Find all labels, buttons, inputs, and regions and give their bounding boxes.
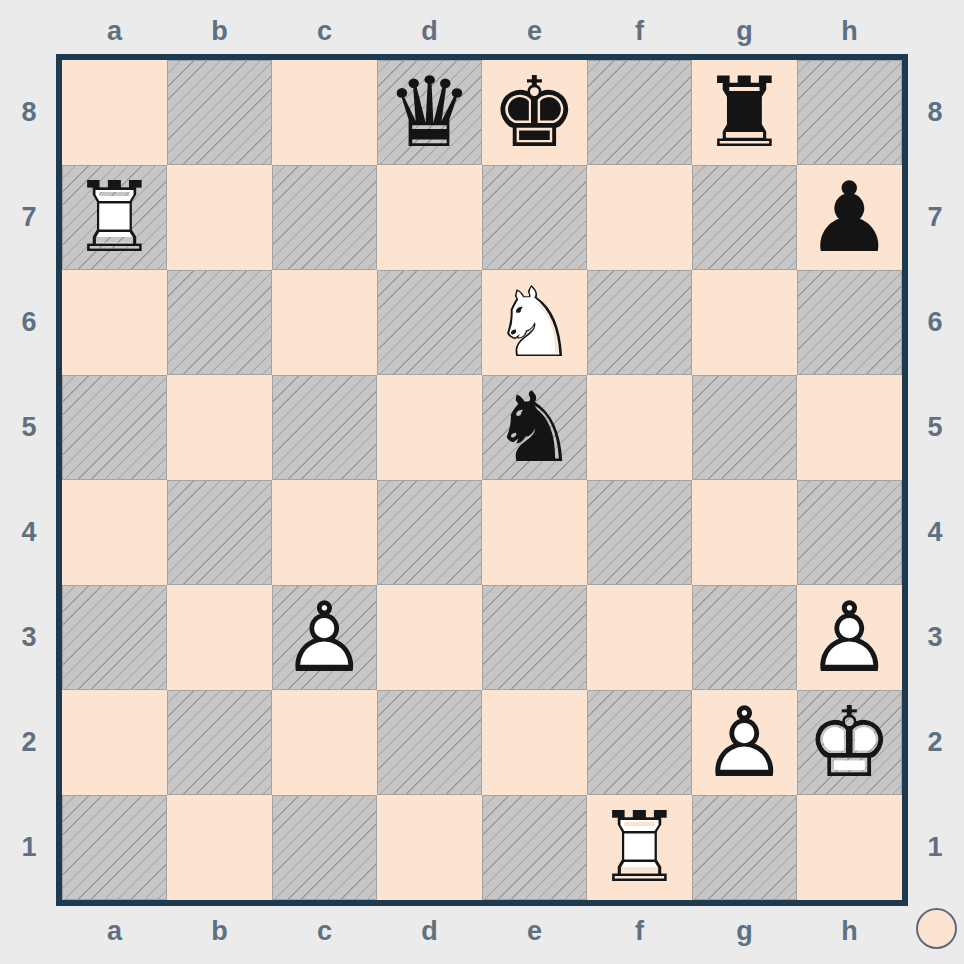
square-e3[interactable] — [482, 585, 587, 690]
square-f7[interactable] — [587, 165, 692, 270]
square-e1[interactable] — [482, 795, 587, 900]
file-labels-top: abcdefgh — [62, 10, 902, 52]
square-b8[interactable] — [167, 60, 272, 165]
square-h4[interactable] — [797, 480, 902, 585]
square-b6[interactable] — [167, 270, 272, 375]
file-label-h: h — [797, 910, 902, 952]
square-g6[interactable] — [692, 270, 797, 375]
black-queen-on-d8[interactable]: ♛ — [377, 60, 482, 165]
square-f6[interactable] — [587, 270, 692, 375]
square-c2[interactable] — [272, 690, 377, 795]
white-pawn-on-c3[interactable]: ♟♙ — [272, 585, 377, 690]
square-d2[interactable] — [377, 690, 482, 795]
rank-label-7: 7 — [8, 165, 50, 270]
file-label-g: g — [692, 10, 797, 52]
rank-label-8: 8 — [8, 60, 50, 165]
black-rook-on-g8[interactable]: ♜ — [692, 60, 797, 165]
file-label-a: a — [62, 910, 167, 952]
square-c1[interactable] — [272, 795, 377, 900]
square-d3[interactable] — [377, 585, 482, 690]
square-b1[interactable] — [167, 795, 272, 900]
square-c4[interactable] — [272, 480, 377, 585]
square-b4[interactable] — [167, 480, 272, 585]
square-g4[interactable] — [692, 480, 797, 585]
square-d1[interactable] — [377, 795, 482, 900]
square-e7[interactable] — [482, 165, 587, 270]
file-label-d: d — [377, 10, 482, 52]
square-h5[interactable] — [797, 375, 902, 480]
square-a8[interactable] — [62, 60, 167, 165]
white-rook-on-f1[interactable]: ♜♖ — [587, 795, 692, 900]
square-b3[interactable] — [167, 585, 272, 690]
rank-label-4: 4 — [8, 480, 50, 585]
white-knight-glyph-outline: ♘ — [482, 270, 587, 375]
white-to-move-indicator — [916, 908, 957, 949]
file-label-c: c — [272, 10, 377, 52]
square-h1[interactable] — [797, 795, 902, 900]
square-d6[interactable] — [377, 270, 482, 375]
square-c5[interactable] — [272, 375, 377, 480]
file-label-g: g — [692, 910, 797, 952]
square-e4[interactable] — [482, 480, 587, 585]
rank-label-5: 5 — [8, 375, 50, 480]
black-queen-glyph: ♛ — [377, 60, 482, 165]
white-rook-glyph-outline: ♖ — [62, 165, 167, 270]
file-label-c: c — [272, 910, 377, 952]
square-a1[interactable] — [62, 795, 167, 900]
rank-label-1: 1 — [914, 795, 956, 900]
rank-label-8: 8 — [914, 60, 956, 165]
black-pawn-on-h7[interactable]: ♟ — [797, 165, 902, 270]
white-knight-on-e6[interactable]: ♞♘ — [482, 270, 587, 375]
rank-label-6: 6 — [914, 270, 956, 375]
rank-label-6: 6 — [8, 270, 50, 375]
square-e2[interactable] — [482, 690, 587, 795]
rank-label-3: 3 — [914, 585, 956, 690]
white-pawn-glyph-outline: ♙ — [692, 690, 797, 795]
file-labels-bottom: abcdefgh — [62, 910, 902, 952]
black-king-glyph: ♚ — [482, 60, 587, 165]
square-c6[interactable] — [272, 270, 377, 375]
square-g1[interactable] — [692, 795, 797, 900]
rank-labels-left: 87654321 — [8, 60, 50, 900]
square-h6[interactable] — [797, 270, 902, 375]
rank-label-1: 1 — [8, 795, 50, 900]
white-pawn-on-g2[interactable]: ♟♙ — [692, 690, 797, 795]
rank-label-7: 7 — [914, 165, 956, 270]
square-h8[interactable] — [797, 60, 902, 165]
square-a2[interactable] — [62, 690, 167, 795]
file-label-a: a — [62, 10, 167, 52]
file-label-e: e — [482, 10, 587, 52]
rank-label-4: 4 — [914, 480, 956, 585]
file-label-e: e — [482, 910, 587, 952]
white-pawn-glyph-outline: ♙ — [272, 585, 377, 690]
black-pawn-glyph: ♟ — [797, 165, 902, 270]
file-label-f: f — [587, 910, 692, 952]
file-label-f: f — [587, 10, 692, 52]
square-a5[interactable] — [62, 375, 167, 480]
square-a4[interactable] — [62, 480, 167, 585]
square-f3[interactable] — [587, 585, 692, 690]
white-rook-glyph-outline: ♖ — [587, 795, 692, 900]
square-f4[interactable] — [587, 480, 692, 585]
file-label-b: b — [167, 910, 272, 952]
file-label-h: h — [797, 10, 902, 52]
rank-label-5: 5 — [914, 375, 956, 480]
square-f5[interactable] — [587, 375, 692, 480]
white-rook-on-a7[interactable]: ♜♖ — [62, 165, 167, 270]
rank-label-2: 2 — [8, 690, 50, 795]
white-king-glyph-outline: ♔ — [797, 690, 902, 795]
square-a3[interactable] — [62, 585, 167, 690]
black-king-on-e8[interactable]: ♚ — [482, 60, 587, 165]
rank-label-2: 2 — [914, 690, 956, 795]
square-f8[interactable] — [587, 60, 692, 165]
square-b5[interactable] — [167, 375, 272, 480]
black-rook-glyph: ♜ — [692, 60, 797, 165]
chess-board: ♛♚♜♜♖♟♞♘♞♟♙♟♙♟♙♚♔♜♖ — [56, 54, 908, 906]
file-label-d: d — [377, 910, 482, 952]
square-c8[interactable] — [272, 60, 377, 165]
square-b2[interactable] — [167, 690, 272, 795]
black-knight-glyph: ♞ — [482, 375, 587, 480]
white-pawn-glyph-outline: ♙ — [797, 585, 902, 690]
rank-labels-right: 87654321 — [914, 60, 956, 900]
square-g5[interactable] — [692, 375, 797, 480]
square-g7[interactable] — [692, 165, 797, 270]
square-g3[interactable] — [692, 585, 797, 690]
square-c7[interactable] — [272, 165, 377, 270]
square-b7[interactable] — [167, 165, 272, 270]
square-d5[interactable] — [377, 375, 482, 480]
white-pawn-on-h3[interactable]: ♟♙ — [797, 585, 902, 690]
rank-label-3: 3 — [8, 585, 50, 690]
square-d4[interactable] — [377, 480, 482, 585]
black-knight-on-e5[interactable]: ♞ — [482, 375, 587, 480]
square-a6[interactable] — [62, 270, 167, 375]
square-d7[interactable] — [377, 165, 482, 270]
square-f2[interactable] — [587, 690, 692, 795]
file-label-b: b — [167, 10, 272, 52]
white-king-on-h2[interactable]: ♚♔ — [797, 690, 902, 795]
